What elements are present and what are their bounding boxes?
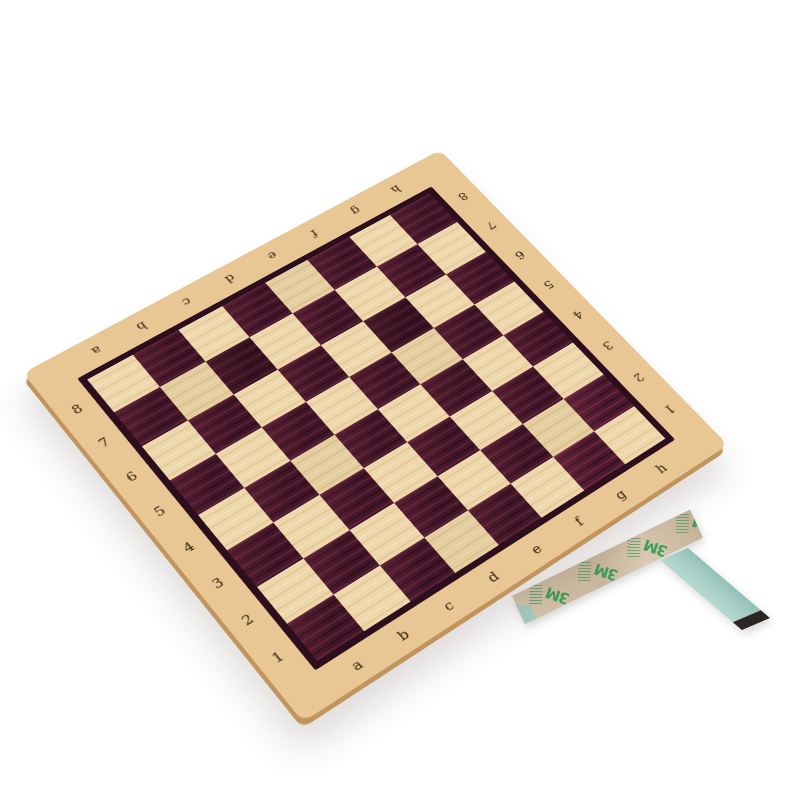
tape-print-unit: 3M: [578, 561, 619, 582]
tape-print-unit: 3M: [529, 585, 570, 606]
brand-3m-logo: 3M: [544, 583, 572, 608]
teal-membrane-strip: [660, 548, 770, 630]
tape-micro-text-lines: [578, 561, 592, 581]
tape-micro-text-lines: [627, 537, 641, 557]
brand-3m-logo: 3M: [593, 559, 621, 584]
tape-print-unit: 3M: [627, 537, 668, 558]
tape-print-unit: 3M: [676, 513, 703, 534]
tape-micro-text-lines: [529, 585, 543, 605]
product-photo-stage: 3M3M3M3M abcdefgh abcdefgh 87654321 8765…: [0, 0, 800, 800]
tape-micro-text-lines: [676, 513, 690, 533]
brand-3m-logo: 3M: [690, 512, 703, 537]
strip-black-tip: [733, 610, 770, 630]
